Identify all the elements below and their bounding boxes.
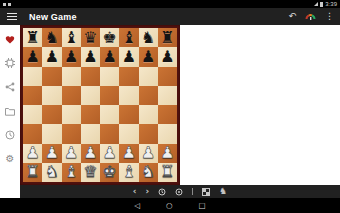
hint-gauge-icon[interactable] bbox=[305, 12, 316, 21]
white-pawn: ♟ bbox=[160, 145, 174, 161]
square-b4[interactable] bbox=[42, 105, 61, 124]
black-pawn: ♟ bbox=[64, 49, 78, 65]
game-toolbar: ‹ › ♞ bbox=[20, 185, 340, 198]
white-rook: ♜ bbox=[160, 164, 174, 180]
undo-all-icon[interactable] bbox=[158, 188, 166, 196]
recents-icon[interactable]: □ bbox=[199, 202, 206, 210]
square-e5[interactable] bbox=[100, 86, 119, 105]
square-g7[interactable]: ♟ bbox=[139, 47, 158, 66]
square-c3[interactable] bbox=[62, 124, 81, 143]
square-a4[interactable] bbox=[23, 105, 42, 124]
square-g3[interactable] bbox=[139, 124, 158, 143]
white-king: ♚ bbox=[102, 164, 116, 180]
black-bishop: ♝ bbox=[64, 30, 78, 46]
chess-board: ♜♞♝♛♚♝♞♜♟♟♟♟♟♟♟♟♟♟♟♟♟♟♟♟♜♞♝♛♚♝♞♜ bbox=[23, 28, 177, 182]
settings-gear-icon[interactable]: ⚙ bbox=[5, 154, 15, 164]
prev-move-icon[interactable]: ‹ bbox=[133, 187, 137, 196]
square-f3[interactable] bbox=[119, 124, 138, 143]
clock-time: 3:39 bbox=[325, 1, 337, 7]
signal-icon bbox=[314, 2, 318, 6]
white-bishop: ♝ bbox=[64, 164, 78, 180]
status-bar: 3:39 bbox=[0, 0, 340, 8]
square-a3[interactable] bbox=[23, 124, 42, 143]
notification-icon bbox=[8, 3, 11, 6]
black-pawn: ♟ bbox=[141, 49, 155, 65]
square-e2[interactable]: ♟ bbox=[100, 144, 119, 163]
move-list-panel bbox=[180, 25, 340, 185]
square-d1[interactable]: ♛ bbox=[81, 163, 100, 182]
square-g8[interactable]: ♞ bbox=[139, 28, 158, 47]
black-pawn: ♟ bbox=[83, 49, 97, 65]
white-pawn: ♟ bbox=[45, 145, 59, 161]
white-pawn: ♟ bbox=[25, 145, 39, 161]
left-icon-rail: ⚙ bbox=[0, 25, 20, 198]
square-h2[interactable]: ♟ bbox=[158, 144, 177, 163]
square-b5[interactable] bbox=[42, 86, 61, 105]
home-icon[interactable]: ○ bbox=[166, 202, 173, 210]
engine-circle-icon[interactable] bbox=[175, 188, 183, 196]
black-knight: ♞ bbox=[45, 30, 59, 46]
overflow-menu-icon[interactable]: ⋮ bbox=[325, 12, 334, 21]
square-b3[interactable] bbox=[42, 124, 61, 143]
square-h3[interactable] bbox=[158, 124, 177, 143]
black-pawn: ♟ bbox=[25, 49, 39, 65]
black-king: ♚ bbox=[102, 30, 116, 46]
board-grid-icon[interactable] bbox=[202, 188, 210, 196]
square-g6[interactable] bbox=[139, 67, 158, 86]
square-h6[interactable] bbox=[158, 67, 177, 86]
square-c1[interactable]: ♝ bbox=[62, 163, 81, 182]
black-queen: ♛ bbox=[83, 30, 97, 46]
square-g4[interactable] bbox=[139, 105, 158, 124]
square-g5[interactable] bbox=[139, 86, 158, 105]
square-b6[interactable] bbox=[42, 67, 61, 86]
white-pawn: ♟ bbox=[141, 145, 155, 161]
square-f5[interactable] bbox=[119, 86, 138, 105]
white-pawn: ♟ bbox=[83, 145, 97, 161]
white-bishop: ♝ bbox=[122, 164, 136, 180]
white-pawn: ♟ bbox=[102, 145, 116, 161]
square-a7[interactable]: ♟ bbox=[23, 47, 42, 66]
white-rook: ♜ bbox=[25, 164, 39, 180]
knight-icon[interactable]: ♞ bbox=[219, 187, 227, 196]
square-f8[interactable]: ♝ bbox=[119, 28, 138, 47]
white-knight: ♞ bbox=[141, 164, 155, 180]
square-g2[interactable]: ♟ bbox=[139, 144, 158, 163]
clock-icon[interactable] bbox=[5, 130, 15, 140]
square-h4[interactable] bbox=[158, 105, 177, 124]
undo-icon[interactable]: ↶ bbox=[288, 12, 296, 21]
battery-icon bbox=[320, 2, 323, 7]
white-queen: ♛ bbox=[83, 164, 97, 180]
black-rook: ♜ bbox=[160, 30, 174, 46]
square-f2[interactable]: ♟ bbox=[119, 144, 138, 163]
black-pawn: ♟ bbox=[122, 49, 136, 65]
square-a2[interactable]: ♟ bbox=[23, 144, 42, 163]
square-f1[interactable]: ♝ bbox=[119, 163, 138, 182]
square-c2[interactable]: ♟ bbox=[62, 144, 81, 163]
page-title: New Game bbox=[29, 12, 77, 22]
black-pawn: ♟ bbox=[160, 49, 174, 65]
square-h7[interactable]: ♟ bbox=[158, 47, 177, 66]
square-d3[interactable] bbox=[81, 124, 100, 143]
notification-icon bbox=[3, 3, 6, 6]
folder-icon[interactable] bbox=[5, 106, 15, 116]
square-b2[interactable]: ♟ bbox=[42, 144, 61, 163]
square-a5[interactable] bbox=[23, 86, 42, 105]
square-e8[interactable]: ♚ bbox=[100, 28, 119, 47]
hamburger-menu-icon[interactable] bbox=[7, 13, 17, 21]
square-c8[interactable]: ♝ bbox=[62, 28, 81, 47]
next-move-icon[interactable]: › bbox=[145, 187, 149, 196]
square-d6[interactable] bbox=[81, 67, 100, 86]
square-c6[interactable] bbox=[62, 67, 81, 86]
heart-icon[interactable] bbox=[5, 34, 15, 44]
toolbar-separator bbox=[192, 188, 193, 195]
share-icon[interactable] bbox=[5, 82, 15, 92]
square-d4[interactable] bbox=[81, 105, 100, 124]
back-icon[interactable]: ◁ bbox=[134, 202, 140, 210]
black-pawn: ♟ bbox=[45, 49, 59, 65]
square-h8[interactable]: ♜ bbox=[158, 28, 177, 47]
android-nav-bar: ◁ ○ □ bbox=[0, 198, 340, 213]
square-b7[interactable]: ♟ bbox=[42, 47, 61, 66]
square-e4[interactable] bbox=[100, 105, 119, 124]
square-e6[interactable] bbox=[100, 67, 119, 86]
black-pawn: ♟ bbox=[102, 49, 116, 65]
square-d7[interactable]: ♟ bbox=[81, 47, 100, 66]
square-b8[interactable]: ♞ bbox=[42, 28, 61, 47]
square-h5[interactable] bbox=[158, 86, 177, 105]
white-pawn: ♟ bbox=[122, 145, 136, 161]
square-e3[interactable] bbox=[100, 124, 119, 143]
square-d2[interactable]: ♟ bbox=[81, 144, 100, 163]
app-screen: 3:39 New Game ↶ ⋮ bbox=[0, 0, 340, 213]
black-rook: ♜ bbox=[25, 30, 39, 46]
square-a8[interactable]: ♜ bbox=[23, 28, 42, 47]
square-c5[interactable] bbox=[62, 86, 81, 105]
square-e1[interactable]: ♚ bbox=[100, 163, 119, 182]
white-pawn: ♟ bbox=[64, 145, 78, 161]
black-bishop: ♝ bbox=[122, 30, 136, 46]
square-g1[interactable]: ♞ bbox=[139, 163, 158, 182]
notification-icons bbox=[3, 3, 11, 6]
square-f6[interactable] bbox=[119, 67, 138, 86]
square-c7[interactable]: ♟ bbox=[62, 47, 81, 66]
square-d8[interactable]: ♛ bbox=[81, 28, 100, 47]
square-f7[interactable]: ♟ bbox=[119, 47, 138, 66]
cpu-icon[interactable] bbox=[5, 58, 15, 68]
black-knight: ♞ bbox=[141, 30, 155, 46]
square-d5[interactable] bbox=[81, 86, 100, 105]
square-f4[interactable] bbox=[119, 105, 138, 124]
square-h1[interactable]: ♜ bbox=[158, 163, 177, 182]
square-a1[interactable]: ♜ bbox=[23, 163, 42, 182]
square-b1[interactable]: ♞ bbox=[42, 163, 61, 182]
square-a6[interactable] bbox=[23, 67, 42, 86]
app-bar: New Game ↶ ⋮ bbox=[0, 8, 340, 25]
square-c4[interactable] bbox=[62, 105, 81, 124]
white-knight: ♞ bbox=[45, 164, 59, 180]
chess-board-frame: ♜♞♝♛♚♝♞♜♟♟♟♟♟♟♟♟♟♟♟♟♟♟♟♟♜♞♝♛♚♝♞♜ bbox=[20, 25, 180, 185]
square-e7[interactable]: ♟ bbox=[100, 47, 119, 66]
